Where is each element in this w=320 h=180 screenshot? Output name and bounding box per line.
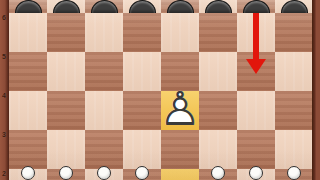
- chess-board: 65432 ♟♙: [0, 0, 320, 180]
- white-pawn-f2[interactable]: [211, 166, 225, 180]
- black-pawn-a7[interactable]: [15, 0, 42, 13]
- black-pawn-b7[interactable]: [53, 0, 80, 13]
- black-pawn-f7[interactable]: [205, 0, 232, 13]
- black-pawn-d7[interactable]: [129, 0, 156, 13]
- white-pawn-g2[interactable]: [249, 166, 263, 180]
- white-pawn-b2[interactable]: [59, 166, 73, 180]
- black-pawn-c7[interactable]: [91, 0, 118, 13]
- white-pawn-c2[interactable]: [97, 166, 111, 180]
- white-pawn-d2[interactable]: [135, 166, 149, 180]
- white-pawn-outline-glyph: ♙: [161, 87, 199, 131]
- white-pawn-h2[interactable]: [287, 166, 301, 180]
- piece-layer: ♟♙: [0, 0, 320, 180]
- white-pawn-e4[interactable]: ♟♙: [161, 91, 199, 130]
- move-arrow: [245, 13, 267, 75]
- black-pawn-e7[interactable]: [167, 0, 194, 13]
- black-pawn-g7[interactable]: [243, 0, 270, 13]
- white-pawn-a2[interactable]: [21, 166, 35, 180]
- black-pawn-h7[interactable]: [281, 0, 308, 13]
